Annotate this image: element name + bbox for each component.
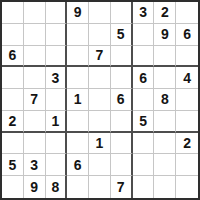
sudoku-board: 93259667364716821512536987 xyxy=(0,0,200,200)
cell-r4c9: 4 xyxy=(176,67,198,89)
cell-r8c2: 3 xyxy=(24,154,46,176)
cell-r7c5: 1 xyxy=(89,133,111,155)
cell-r2c9: 6 xyxy=(176,24,198,46)
cell-r8c1: 5 xyxy=(2,154,24,176)
cell-r6c5[interactable] xyxy=(89,111,111,133)
cell-r4c5[interactable] xyxy=(89,67,111,89)
cell-r5c4: 1 xyxy=(67,89,89,111)
cell-r6c7: 5 xyxy=(133,111,155,133)
cell-r7c3[interactable] xyxy=(46,133,68,155)
cell-r2c6: 5 xyxy=(111,24,133,46)
cell-r3c7[interactable] xyxy=(133,46,155,68)
cell-r1c6[interactable] xyxy=(111,2,133,24)
cell-r2c2[interactable] xyxy=(24,24,46,46)
cell-r2c3[interactable] xyxy=(46,24,68,46)
cell-r1c8: 2 xyxy=(154,2,176,24)
cell-r1c7: 3 xyxy=(133,2,155,24)
cell-r6c9[interactable] xyxy=(176,111,198,133)
cell-r5c6: 6 xyxy=(111,89,133,111)
cell-r3c3[interactable] xyxy=(46,46,68,68)
cell-r9c4[interactable] xyxy=(67,176,89,198)
cell-r5c7[interactable] xyxy=(133,89,155,111)
cell-r3c9[interactable] xyxy=(176,46,198,68)
cell-r1c1[interactable] xyxy=(2,2,24,24)
cell-r2c4[interactable] xyxy=(67,24,89,46)
cell-r7c8[interactable] xyxy=(154,133,176,155)
cell-r9c7[interactable] xyxy=(133,176,155,198)
cell-r9c9[interactable] xyxy=(176,176,198,198)
cell-r2c8: 9 xyxy=(154,24,176,46)
cell-r9c8[interactable] xyxy=(154,176,176,198)
cell-r2c7[interactable] xyxy=(133,24,155,46)
cell-r5c1[interactable] xyxy=(2,89,24,111)
cell-r1c4: 9 xyxy=(67,2,89,24)
cell-r3c6[interactable] xyxy=(111,46,133,68)
cell-r5c3[interactable] xyxy=(46,89,68,111)
cell-r6c4[interactable] xyxy=(67,111,89,133)
cell-r7c7[interactable] xyxy=(133,133,155,155)
cell-r9c1[interactable] xyxy=(2,176,24,198)
cell-r4c2[interactable] xyxy=(24,67,46,89)
cell-r8c4: 6 xyxy=(67,154,89,176)
cell-r7c9: 2 xyxy=(176,133,198,155)
cell-r8c6[interactable] xyxy=(111,154,133,176)
cell-r3c2[interactable] xyxy=(24,46,46,68)
cell-r8c8[interactable] xyxy=(154,154,176,176)
cell-r6c6[interactable] xyxy=(111,111,133,133)
cell-r5c8: 8 xyxy=(154,89,176,111)
cell-r1c5[interactable] xyxy=(89,2,111,24)
cell-r5c5[interactable] xyxy=(89,89,111,111)
cell-r3c8[interactable] xyxy=(154,46,176,68)
cell-r4c6[interactable] xyxy=(111,67,133,89)
cell-r7c1[interactable] xyxy=(2,133,24,155)
cell-r2c5[interactable] xyxy=(89,24,111,46)
cell-r2c1[interactable] xyxy=(2,24,24,46)
cell-r6c8[interactable] xyxy=(154,111,176,133)
cell-r9c3: 8 xyxy=(46,176,68,198)
cell-r1c3[interactable] xyxy=(46,2,68,24)
cell-r9c5[interactable] xyxy=(89,176,111,198)
cell-r8c3[interactable] xyxy=(46,154,68,176)
cell-r4c3: 3 xyxy=(46,67,68,89)
cell-r4c1[interactable] xyxy=(2,67,24,89)
cell-r7c2[interactable] xyxy=(24,133,46,155)
cell-r1c9[interactable] xyxy=(176,2,198,24)
cell-r9c2: 9 xyxy=(24,176,46,198)
cell-r9c6: 7 xyxy=(111,176,133,198)
cell-r3c4[interactable] xyxy=(67,46,89,68)
cell-r5c9[interactable] xyxy=(176,89,198,111)
cell-r4c4[interactable] xyxy=(67,67,89,89)
cell-r5c2: 7 xyxy=(24,89,46,111)
cell-r6c2[interactable] xyxy=(24,111,46,133)
cell-r1c2[interactable] xyxy=(24,2,46,24)
cell-r7c6[interactable] xyxy=(111,133,133,155)
cell-r6c1: 2 xyxy=(2,111,24,133)
cell-r8c7[interactable] xyxy=(133,154,155,176)
cell-r8c5[interactable] xyxy=(89,154,111,176)
cell-r7c4[interactable] xyxy=(67,133,89,155)
cell-r4c7: 6 xyxy=(133,67,155,89)
cell-r6c3: 1 xyxy=(46,111,68,133)
cell-r8c9[interactable] xyxy=(176,154,198,176)
cell-r4c8[interactable] xyxy=(154,67,176,89)
cell-r3c1: 6 xyxy=(2,46,24,68)
cell-r3c5: 7 xyxy=(89,46,111,68)
